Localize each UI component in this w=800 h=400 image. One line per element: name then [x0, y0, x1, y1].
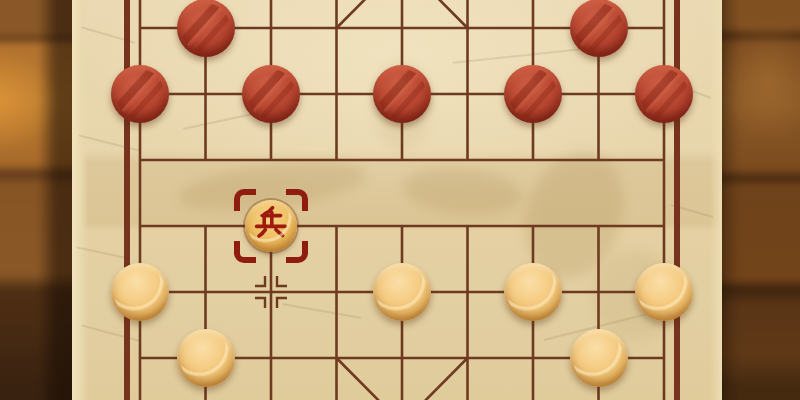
- piece-bottom-cannon-hidden[interactable]: [177, 329, 235, 387]
- piece-top-cannon-hidden[interactable]: [177, 0, 235, 57]
- piece-bottom-cannon-hidden[interactable]: [570, 329, 628, 387]
- piece-top-soldier-hidden[interactable]: [111, 65, 169, 123]
- piece-top-soldier-hidden[interactable]: [373, 65, 431, 123]
- piece-bottom-soldier-hidden[interactable]: [504, 263, 562, 321]
- piece-top-soldier-hidden[interactable]: [504, 65, 562, 123]
- point-marker: [277, 298, 287, 308]
- point-marker: [255, 298, 265, 308]
- piece-bottom-soldier-hidden[interactable]: [635, 263, 693, 321]
- point-marker: [277, 276, 287, 286]
- piece-bottom-soldier-hidden[interactable]: [373, 263, 431, 321]
- piece-character-兵: [251, 205, 291, 245]
- board-grid: [0, 0, 800, 400]
- piece-top-soldier-hidden[interactable]: [635, 65, 693, 123]
- play-area: [0, 0, 800, 400]
- xiangqi-game-screenshot: [0, 0, 800, 400]
- piece-bottom-soldier-revealed[interactable]: [245, 200, 297, 252]
- piece-top-soldier-hidden[interactable]: [242, 65, 300, 123]
- piece-bottom-soldier-hidden[interactable]: [111, 263, 169, 321]
- piece-top-cannon-hidden[interactable]: [570, 0, 628, 57]
- point-marker: [255, 276, 265, 286]
